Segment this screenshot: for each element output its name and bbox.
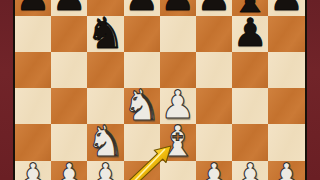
square-g4[interactable] [232,88,268,124]
square-a2[interactable]: ♟ [15,161,51,180]
piece-black-knight-c6[interactable]: ♞ [86,15,125,51]
piece-white-pawn-f2[interactable]: ♟ [197,160,232,180]
square-d6[interactable] [124,16,160,52]
square-e7[interactable]: ♟ [160,0,196,16]
piece-black-pawn-g6[interactable]: ♟ [233,15,268,51]
square-f2[interactable]: ♟ [196,161,232,180]
square-h7[interactable]: ♟ [268,0,304,16]
square-g2[interactable]: ♟ [232,161,268,180]
piece-black-pawn-b7[interactable]: ♟ [52,0,87,15]
square-b4[interactable] [51,88,87,124]
square-b5[interactable] [51,52,87,88]
square-b2[interactable]: ♟ [51,161,87,180]
square-a4[interactable] [15,88,51,124]
square-g5[interactable] [232,52,268,88]
square-c6[interactable]: ♞ [87,16,123,52]
square-d2[interactable] [124,161,160,180]
square-h4[interactable] [268,88,304,124]
square-h6[interactable] [268,16,304,52]
square-e3[interactable]: ♝ [160,124,196,160]
piece-white-pawn-a2[interactable]: ♟ [16,160,51,180]
square-h2[interactable]: ♟ [268,161,304,180]
chess-video-frame: ♜♝♛♚♞♜♟♟♟♟♟♝♟♞♟♞♟♞♝♟♟♟♟♟♟♜♛♚♝♜ [0,0,320,180]
piece-white-pawn-c2[interactable]: ♟ [88,160,123,180]
piece-black-pawn-h7[interactable]: ♟ [269,0,304,15]
square-d3[interactable] [124,124,160,160]
square-f6[interactable] [196,16,232,52]
chess-board: ♜♝♛♚♞♜♟♟♟♟♟♝♟♞♟♞♟♞♝♟♟♟♟♟♟♜♛♚♝♜ [15,0,305,180]
board-frame: ♜♝♛♚♞♜♟♟♟♟♟♝♟♞♟♞♟♞♝♟♟♟♟♟♟♜♛♚♝♜ [13,0,307,180]
square-g6[interactable]: ♟ [232,16,268,52]
piece-white-bishop-e3[interactable]: ♝ [159,123,198,159]
square-c2[interactable]: ♟ [87,161,123,180]
square-b6[interactable] [51,16,87,52]
piece-black-pawn-f7[interactable]: ♟ [197,0,232,15]
square-c5[interactable] [87,52,123,88]
square-d7[interactable]: ♟ [124,0,160,16]
square-e6[interactable] [160,16,196,52]
square-h5[interactable] [268,52,304,88]
piece-white-pawn-b2[interactable]: ♟ [52,160,87,180]
piece-white-pawn-g2[interactable]: ♟ [233,160,268,180]
square-f7[interactable]: ♟ [196,0,232,16]
square-a6[interactable] [15,16,51,52]
piece-white-knight-d4[interactable]: ♞ [122,87,161,123]
piece-black-pawn-a7[interactable]: ♟ [16,0,51,15]
square-e2[interactable] [160,161,196,180]
piece-black-pawn-e7[interactable]: ♟ [160,0,195,15]
square-f4[interactable] [196,88,232,124]
piece-black-pawn-d7[interactable]: ♟ [124,0,159,15]
square-a7[interactable]: ♟ [15,0,51,16]
square-b7[interactable]: ♟ [51,0,87,16]
piece-white-pawn-h2[interactable]: ♟ [269,160,304,180]
square-d4[interactable]: ♞ [124,88,160,124]
square-a5[interactable] [15,52,51,88]
square-f5[interactable] [196,52,232,88]
